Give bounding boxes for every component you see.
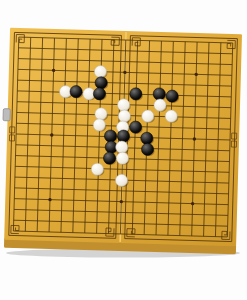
white-stone bbox=[165, 110, 178, 123]
black-stone bbox=[141, 143, 154, 156]
white-stone bbox=[118, 110, 131, 123]
white-stone bbox=[116, 152, 129, 165]
black-stone bbox=[103, 152, 116, 165]
product-photo bbox=[0, 0, 247, 300]
white-stone bbox=[115, 174, 128, 187]
go-board-scene bbox=[0, 0, 247, 300]
white-stone bbox=[91, 163, 104, 176]
black-stone bbox=[95, 77, 108, 90]
hinge-icon bbox=[3, 109, 10, 121]
black-stone bbox=[93, 88, 106, 101]
white-stone bbox=[142, 110, 155, 123]
white-stone bbox=[117, 99, 130, 112]
black-stone bbox=[130, 88, 143, 101]
black-stone bbox=[141, 132, 154, 145]
white-stone bbox=[94, 65, 107, 78]
black-stone bbox=[153, 88, 166, 101]
go-board bbox=[0, 28, 242, 255]
white-stone bbox=[115, 141, 128, 154]
black-stone bbox=[70, 85, 83, 98]
black-stone bbox=[104, 130, 117, 143]
white-stone bbox=[95, 108, 108, 121]
black-stone bbox=[166, 90, 179, 103]
white-stone bbox=[154, 99, 167, 112]
black-stone bbox=[129, 121, 142, 134]
black-stone bbox=[117, 130, 130, 143]
white-stone bbox=[93, 119, 106, 132]
